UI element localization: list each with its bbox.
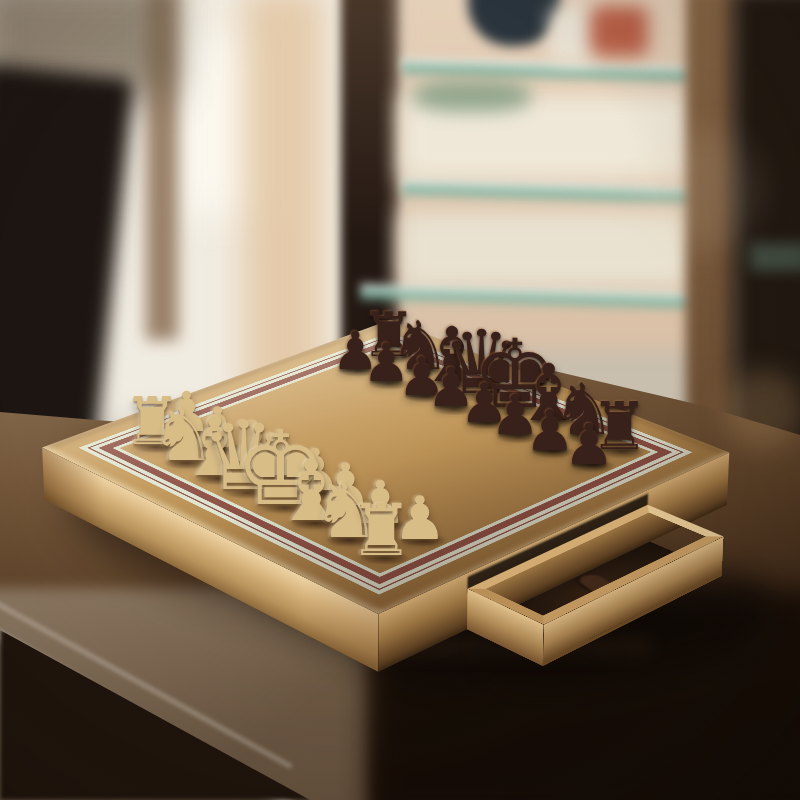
piece-white-rook-h1[interactable]: ♜ [349,495,413,567]
piece-black-pawn-h7[interactable]: ♟ [564,416,615,473]
chess-set-photo: ♜♞♝♛♚♝♞♜♟♟♟♟♟♟♟♟♟♟♟♟♟♟♟♟♜♞♝♛♚♝♞♜ [0,0,800,800]
